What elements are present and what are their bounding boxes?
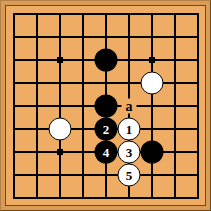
stone-white xyxy=(141,72,164,95)
board-cell xyxy=(59,174,82,197)
board-cell xyxy=(13,36,36,59)
stone-white-move-1: 1 xyxy=(118,118,141,141)
board-cell xyxy=(59,82,82,105)
board-cell xyxy=(13,151,36,174)
board-cell xyxy=(13,13,36,36)
board-cell xyxy=(82,174,105,197)
board-cell xyxy=(128,36,151,59)
hoshi-point xyxy=(149,57,155,63)
board-cell xyxy=(151,174,174,197)
board-cell xyxy=(174,174,197,197)
go-diagram: a21435 xyxy=(0,0,211,211)
board-cell xyxy=(13,59,36,82)
board-cell xyxy=(174,105,197,128)
point-label-a: a xyxy=(122,99,137,114)
board-cell xyxy=(36,151,59,174)
board-cell xyxy=(174,82,197,105)
board-cell xyxy=(13,174,36,197)
hoshi-point xyxy=(57,57,63,63)
board-cell xyxy=(36,174,59,197)
board-cell xyxy=(59,36,82,59)
board-cell xyxy=(13,82,36,105)
board-cell xyxy=(36,82,59,105)
board-cell xyxy=(13,128,36,151)
board-cell xyxy=(82,13,105,36)
stone-white xyxy=(49,118,72,141)
board-cell xyxy=(105,13,128,36)
board-cell xyxy=(36,59,59,82)
stone-black xyxy=(141,141,164,164)
board-cell xyxy=(174,13,197,36)
board-cell xyxy=(174,59,197,82)
stone-white-move-5: 5 xyxy=(118,164,141,187)
board-cell xyxy=(151,36,174,59)
stone-black-move-2: 2 xyxy=(95,118,118,141)
board-cell xyxy=(174,36,197,59)
board-cell xyxy=(151,13,174,36)
board-cell xyxy=(13,105,36,128)
move-number: 3 xyxy=(126,146,133,159)
board-cell xyxy=(59,13,82,36)
board-cell xyxy=(36,36,59,59)
move-number: 2 xyxy=(103,123,110,136)
board-cell xyxy=(174,128,197,151)
board-cell xyxy=(128,13,151,36)
move-number: 4 xyxy=(103,146,110,159)
board-cell xyxy=(36,13,59,36)
move-number: 5 xyxy=(126,169,133,182)
board-cell xyxy=(174,151,197,174)
board-cell xyxy=(151,105,174,128)
stone-black-move-4: 4 xyxy=(95,141,118,164)
stone-black xyxy=(95,95,118,118)
stone-white-move-3: 3 xyxy=(118,141,141,164)
stone-black xyxy=(95,49,118,72)
hoshi-point xyxy=(57,149,63,155)
move-number: 1 xyxy=(126,123,133,136)
